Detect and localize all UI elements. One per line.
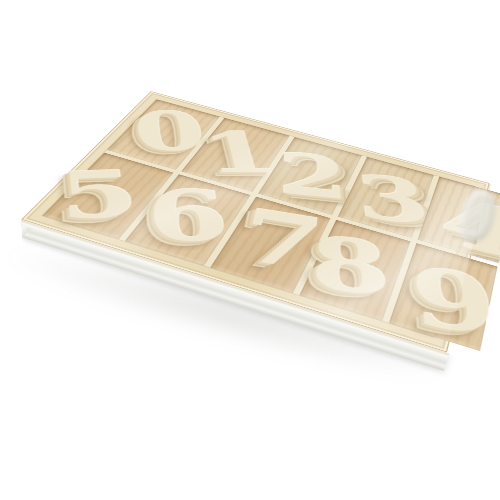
wooden-digit-6: 6	[146, 181, 233, 252]
scene: 0 1 2 3 4 5	[0, 0, 500, 500]
wooden-tray: 0 1 2 3 4 5	[21, 91, 489, 352]
compartment-7: 7	[210, 197, 330, 293]
product-photo: 0 1 2 3 4 5	[0, 0, 500, 500]
wooden-digit-3: 3	[353, 166, 435, 234]
compartment-5: 5	[43, 153, 174, 239]
compartment-8: 8	[299, 220, 410, 321]
wooden-digit-8: 8	[309, 226, 393, 307]
wooden-digit-9: 9	[409, 256, 500, 349]
compartment-6: 6	[125, 174, 251, 265]
perspective-wrapper: 0 1 2 3 4 5	[0, 0, 500, 500]
wooden-digit-7: 7	[232, 199, 326, 283]
